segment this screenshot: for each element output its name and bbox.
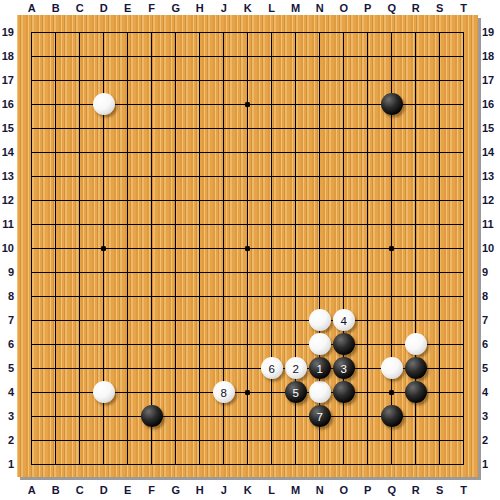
row-label-right-14: 14 <box>482 146 500 158</box>
black-stone-Q16 <box>381 93 403 115</box>
star-point-K4 <box>245 390 250 395</box>
column-label-bottom-G: G <box>168 484 184 496</box>
column-label-bottom-L: L <box>264 484 280 496</box>
white-stone-Q5 <box>381 357 403 379</box>
row-label-left-1: 1 <box>0 458 14 470</box>
column-label-top-T: T <box>456 2 472 14</box>
column-label-bottom-T: T <box>456 484 472 496</box>
go-board-diagram: AABBCCDDEEFFGGHHJJKKLLMMNNOOPPQQRRSSTT19… <box>0 0 500 500</box>
star-point-Q10 <box>389 246 394 251</box>
column-label-top-Q: Q <box>384 2 400 14</box>
star-point-K10 <box>245 246 250 251</box>
row-label-right-19: 19 <box>482 26 500 38</box>
black-stone-O4 <box>333 381 355 403</box>
column-label-bottom-R: R <box>408 484 424 496</box>
move-number-5: 5 <box>292 387 298 399</box>
row-label-right-15: 15 <box>482 122 500 134</box>
white-stone-N6 <box>309 333 331 355</box>
row-label-left-5: 5 <box>0 362 14 374</box>
white-stone-M5: 2 <box>285 357 307 379</box>
row-label-left-15: 15 <box>0 122 14 134</box>
move-number-1: 1 <box>316 363 322 375</box>
column-label-top-K: K <box>240 2 256 14</box>
black-stone-R4 <box>405 381 427 403</box>
star-point-K16 <box>245 102 250 107</box>
column-label-bottom-A: A <box>24 484 40 496</box>
row-label-left-9: 9 <box>0 266 14 278</box>
row-label-right-8: 8 <box>482 290 500 302</box>
row-label-left-3: 3 <box>0 410 14 422</box>
row-label-right-9: 9 <box>482 266 500 278</box>
row-label-left-19: 19 <box>0 26 14 38</box>
column-label-top-S: S <box>432 2 448 14</box>
white-stone-D4 <box>93 381 115 403</box>
black-stone-M4: 5 <box>285 381 307 403</box>
column-label-bottom-B: B <box>48 484 64 496</box>
row-label-left-8: 8 <box>0 290 14 302</box>
column-label-bottom-O: O <box>336 484 352 496</box>
column-label-top-F: F <box>144 2 160 14</box>
move-number-2: 2 <box>292 363 298 375</box>
white-stone-N7 <box>309 309 331 331</box>
row-label-right-2: 2 <box>482 434 500 446</box>
column-label-top-M: M <box>288 2 304 14</box>
row-label-left-11: 11 <box>0 218 14 230</box>
black-stone-N3: 7 <box>309 405 331 427</box>
row-label-right-17: 17 <box>482 74 500 86</box>
black-stone-O5: 3 <box>333 357 355 379</box>
star-point-Q4 <box>389 390 394 395</box>
white-stone-J4: 8 <box>213 381 235 403</box>
column-label-bottom-S: S <box>432 484 448 496</box>
column-label-bottom-M: M <box>288 484 304 496</box>
row-label-left-18: 18 <box>0 50 14 62</box>
star-point-D10 <box>101 246 106 251</box>
column-label-bottom-D: D <box>96 484 112 496</box>
row-label-left-6: 6 <box>0 338 14 350</box>
row-label-right-10: 10 <box>482 242 500 254</box>
column-label-bottom-Q: Q <box>384 484 400 496</box>
row-label-left-16: 16 <box>0 98 14 110</box>
black-stone-F3 <box>141 405 163 427</box>
row-label-right-18: 18 <box>482 50 500 62</box>
column-label-bottom-H: H <box>192 484 208 496</box>
row-label-left-7: 7 <box>0 314 14 326</box>
move-number-4: 4 <box>340 315 346 327</box>
column-label-top-G: G <box>168 2 184 14</box>
column-label-bottom-C: C <box>72 484 88 496</box>
row-label-right-11: 11 <box>482 218 500 230</box>
white-stone-L5: 6 <box>261 357 283 379</box>
column-label-top-N: N <box>312 2 328 14</box>
column-label-bottom-F: F <box>144 484 160 496</box>
column-label-top-C: C <box>72 2 88 14</box>
row-label-left-14: 14 <box>0 146 14 158</box>
row-label-right-6: 6 <box>482 338 500 350</box>
column-label-bottom-E: E <box>120 484 136 496</box>
column-label-top-A: A <box>24 2 40 14</box>
row-label-right-3: 3 <box>482 410 500 422</box>
move-number-8: 8 <box>220 387 226 399</box>
row-label-left-2: 2 <box>0 434 14 446</box>
black-stone-Q3 <box>381 405 403 427</box>
move-number-6: 6 <box>268 363 274 375</box>
white-stone-R6 <box>405 333 427 355</box>
row-label-right-7: 7 <box>482 314 500 326</box>
column-label-top-B: B <box>48 2 64 14</box>
row-label-right-1: 1 <box>482 458 500 470</box>
row-label-right-16: 16 <box>482 98 500 110</box>
column-label-bottom-K: K <box>240 484 256 496</box>
row-label-left-12: 12 <box>0 194 14 206</box>
column-label-top-O: O <box>336 2 352 14</box>
black-stone-O6 <box>333 333 355 355</box>
row-label-left-4: 4 <box>0 386 14 398</box>
white-stone-D16 <box>93 93 115 115</box>
column-label-bottom-N: N <box>312 484 328 496</box>
row-label-left-13: 13 <box>0 170 14 182</box>
black-stone-R5 <box>405 357 427 379</box>
column-label-bottom-J: J <box>216 484 232 496</box>
row-label-left-10: 10 <box>0 242 14 254</box>
white-stone-N4 <box>309 381 331 403</box>
column-label-top-P: P <box>360 2 376 14</box>
column-label-top-E: E <box>120 2 136 14</box>
row-label-right-4: 4 <box>482 386 500 398</box>
move-number-7: 7 <box>316 411 322 423</box>
row-label-right-5: 5 <box>482 362 500 374</box>
column-label-top-L: L <box>264 2 280 14</box>
column-label-top-H: H <box>192 2 208 14</box>
move-number-3: 3 <box>340 363 346 375</box>
row-label-right-12: 12 <box>482 194 500 206</box>
white-stone-O7: 4 <box>333 309 355 331</box>
column-label-top-R: R <box>408 2 424 14</box>
column-label-top-J: J <box>216 2 232 14</box>
row-label-left-17: 17 <box>0 74 14 86</box>
black-stone-N5: 1 <box>309 357 331 379</box>
column-label-bottom-P: P <box>360 484 376 496</box>
row-label-right-13: 13 <box>482 170 500 182</box>
column-label-top-D: D <box>96 2 112 14</box>
